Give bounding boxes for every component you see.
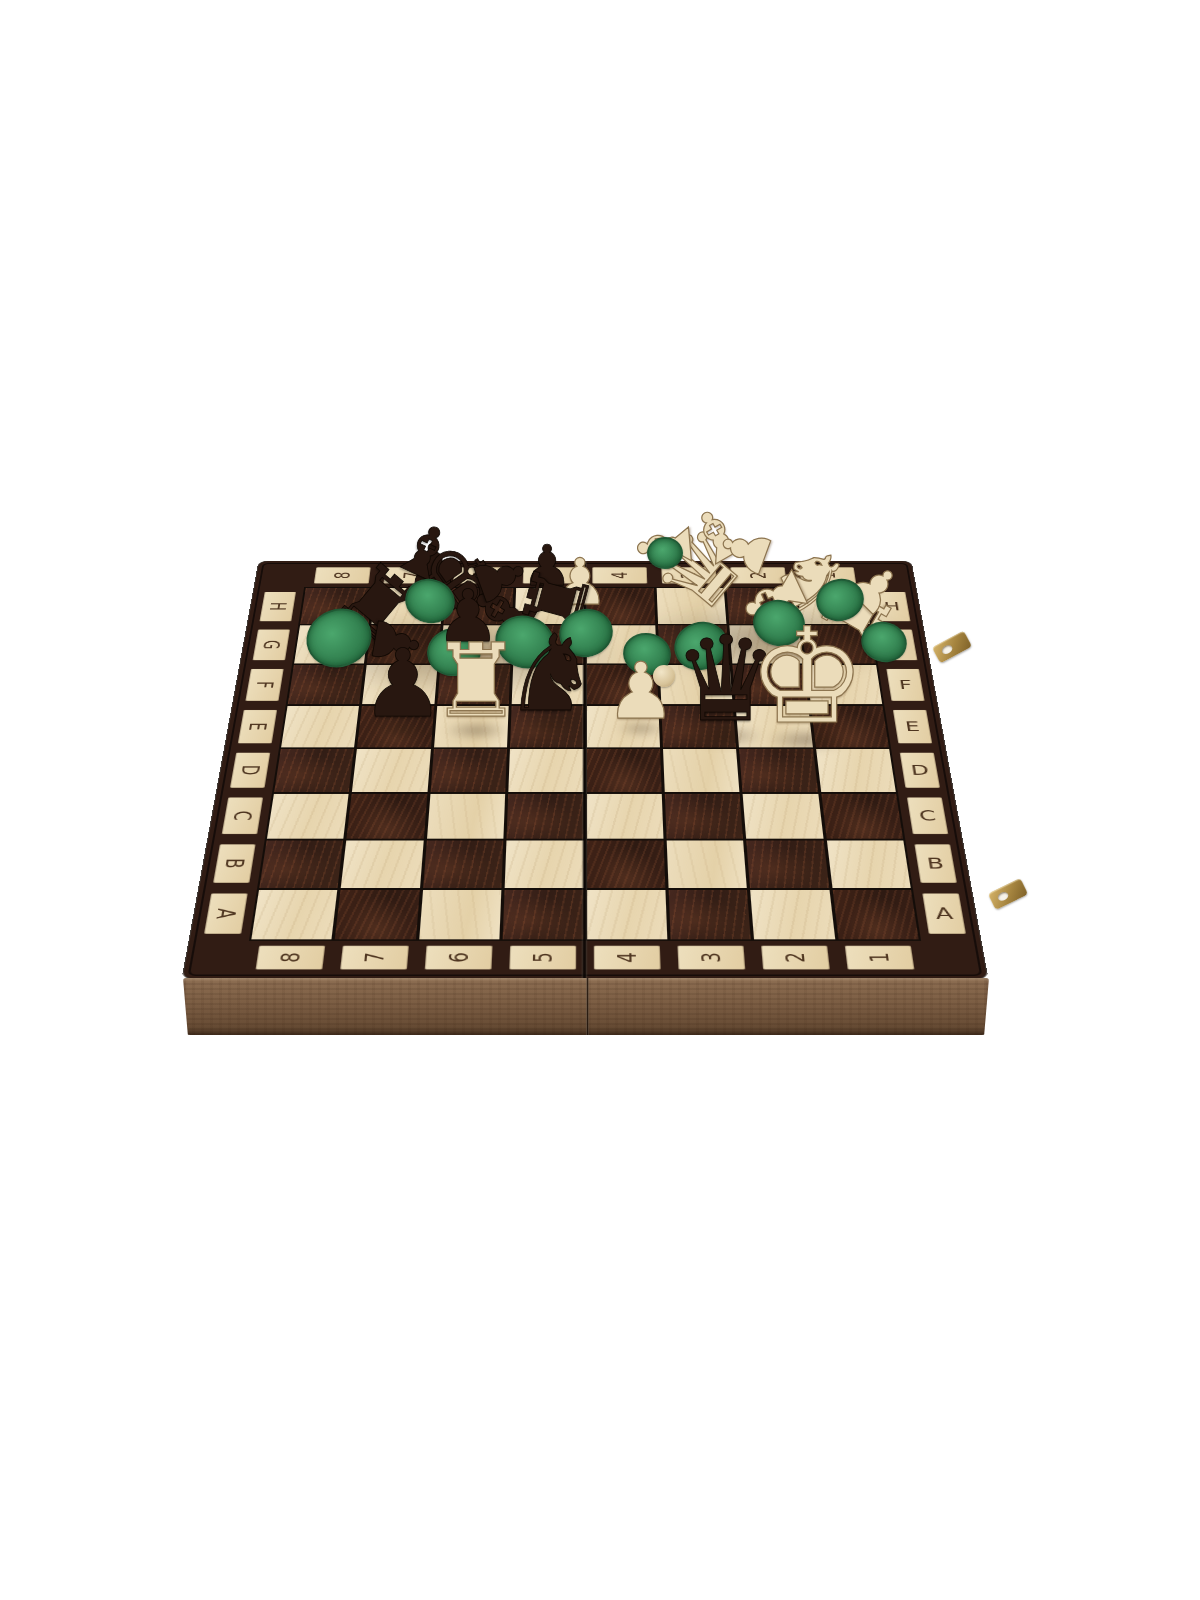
coord-far-1: 1 bbox=[799, 567, 856, 583]
square-g8 bbox=[294, 626, 369, 664]
coord-right-h-text: H bbox=[883, 600, 901, 613]
coord-far-4-text: 4 bbox=[608, 572, 632, 579]
coord-left-d-text: D bbox=[236, 765, 264, 775]
square-c7 bbox=[347, 794, 427, 839]
coord-right-g-text: G bbox=[889, 638, 908, 651]
coord-right-c-text: C bbox=[918, 808, 937, 824]
coord-left-f-text: F bbox=[251, 681, 277, 688]
square-a1 bbox=[832, 890, 918, 940]
coord-left-a: A bbox=[204, 893, 248, 933]
coord-near-1: 1 bbox=[845, 946, 915, 970]
square-e4 bbox=[586, 706, 659, 747]
square-e3 bbox=[661, 706, 736, 747]
coord-far-5-text: 5 bbox=[538, 572, 562, 579]
square-d8 bbox=[274, 749, 354, 792]
coord-left-c: C bbox=[222, 797, 263, 834]
square-f2 bbox=[733, 665, 808, 704]
coord-far-7: 7 bbox=[383, 567, 439, 583]
square-a8 bbox=[251, 890, 337, 940]
square-d6 bbox=[430, 749, 507, 792]
square-e2 bbox=[736, 706, 813, 747]
square-b8 bbox=[259, 841, 343, 888]
coord-left-d: D bbox=[230, 753, 270, 788]
square-a6 bbox=[419, 890, 502, 940]
square-h8 bbox=[300, 588, 373, 624]
square-f3 bbox=[660, 665, 733, 704]
coord-far-6-text: 6 bbox=[469, 572, 493, 579]
coord-left-h: H bbox=[259, 592, 296, 622]
coord-right-f-text: F bbox=[898, 678, 913, 692]
coord-near-6: 6 bbox=[425, 946, 493, 970]
square-d4 bbox=[587, 749, 662, 792]
square-g3 bbox=[658, 626, 730, 664]
coord-right-b-text: B bbox=[926, 855, 946, 872]
coord-far-3: 3 bbox=[661, 567, 717, 583]
coord-left-a-text: A bbox=[211, 908, 241, 919]
coord-near-3: 3 bbox=[677, 946, 745, 970]
square-e6 bbox=[434, 706, 509, 747]
square-b2 bbox=[747, 841, 829, 888]
board-fold-seam bbox=[582, 561, 588, 979]
square-g7 bbox=[367, 626, 440, 664]
square-b5 bbox=[505, 841, 584, 888]
clasp-hole bbox=[996, 890, 1009, 902]
square-h5 bbox=[515, 588, 584, 624]
square-a2 bbox=[750, 890, 834, 940]
square-b4 bbox=[587, 841, 666, 888]
square-f6 bbox=[437, 665, 510, 704]
coord-left-e-text: E bbox=[244, 722, 271, 730]
square-f4 bbox=[586, 665, 658, 704]
square-h6 bbox=[443, 588, 513, 624]
coord-right-h: H bbox=[874, 592, 911, 622]
coord-left-b: B bbox=[213, 844, 256, 883]
coord-far-8-text: 8 bbox=[330, 572, 355, 579]
square-h2 bbox=[727, 588, 799, 624]
square-c3 bbox=[665, 794, 744, 839]
square-h1 bbox=[797, 588, 870, 624]
chess-board-top-face: 8765432187654321HGFEDCBAHGFEDCBA bbox=[183, 561, 988, 979]
coord-far-3-text: 3 bbox=[677, 572, 701, 579]
coord-near-4-text: 4 bbox=[613, 952, 642, 962]
coord-near-6-text: 6 bbox=[444, 952, 473, 962]
coord-right-d: D bbox=[900, 753, 940, 788]
square-c5 bbox=[507, 794, 584, 839]
coord-left-f: F bbox=[245, 669, 283, 701]
square-e8 bbox=[281, 706, 359, 747]
square-e7 bbox=[357, 706, 434, 747]
square-a3 bbox=[669, 890, 752, 940]
square-c8 bbox=[267, 794, 349, 839]
square-d7 bbox=[352, 749, 430, 792]
brass-clasp-lower bbox=[988, 878, 1028, 910]
board-front-edge bbox=[183, 978, 989, 1035]
coord-left-g-text: G bbox=[258, 640, 284, 649]
coord-near-1-text: 1 bbox=[864, 952, 894, 962]
square-c2 bbox=[743, 794, 823, 839]
coord-left-c-text: C bbox=[228, 811, 257, 821]
coord-far-4: 4 bbox=[592, 567, 647, 583]
brass-clasp-upper bbox=[932, 631, 972, 664]
square-e5 bbox=[510, 706, 583, 747]
coord-far-8: 8 bbox=[314, 567, 371, 583]
coord-right-a: A bbox=[922, 893, 966, 933]
square-d5 bbox=[508, 749, 583, 792]
coord-near-5: 5 bbox=[509, 946, 576, 970]
coord-far-5: 5 bbox=[523, 567, 578, 583]
coord-far-1-text: 1 bbox=[815, 572, 840, 579]
square-b6 bbox=[423, 841, 503, 888]
coord-far-7-text: 7 bbox=[400, 572, 424, 579]
coord-right-e-text: E bbox=[904, 719, 921, 734]
coord-right-e: E bbox=[893, 710, 932, 744]
square-g5 bbox=[513, 626, 583, 664]
coord-near-8-text: 8 bbox=[275, 952, 305, 962]
square-d1 bbox=[816, 749, 896, 792]
coord-right-c: C bbox=[907, 797, 948, 834]
square-d2 bbox=[739, 749, 817, 792]
square-a7 bbox=[335, 890, 419, 940]
square-c6 bbox=[427, 794, 506, 839]
square-f5 bbox=[512, 665, 584, 704]
coord-near-8: 8 bbox=[256, 946, 326, 970]
square-f1 bbox=[806, 665, 882, 704]
coord-near-7-text: 7 bbox=[360, 952, 390, 962]
coord-near-2: 2 bbox=[761, 946, 830, 970]
square-f8 bbox=[288, 665, 364, 704]
coord-right-d-text: D bbox=[910, 762, 930, 777]
coord-near-4: 4 bbox=[594, 946, 661, 970]
square-b7 bbox=[341, 841, 423, 888]
square-g4 bbox=[586, 626, 656, 664]
front-edge-seam bbox=[586, 978, 589, 1035]
square-h7 bbox=[372, 588, 444, 624]
square-g1 bbox=[801, 626, 876, 664]
coord-near-5-text: 5 bbox=[528, 952, 557, 962]
coord-right-f: F bbox=[886, 669, 924, 701]
square-a4 bbox=[587, 890, 668, 940]
square-d3 bbox=[663, 749, 740, 792]
square-c4 bbox=[587, 794, 664, 839]
coord-far-2: 2 bbox=[730, 567, 786, 583]
coord-left-e: E bbox=[238, 710, 277, 744]
square-e1 bbox=[811, 706, 889, 747]
square-a5 bbox=[503, 890, 584, 940]
square-g2 bbox=[730, 626, 803, 664]
square-b3 bbox=[667, 841, 747, 888]
square-h4 bbox=[586, 588, 655, 624]
clasp-hole bbox=[940, 643, 953, 655]
coord-left-b-text: B bbox=[220, 858, 249, 868]
square-f7 bbox=[362, 665, 437, 704]
coord-right-a-text: A bbox=[934, 905, 954, 923]
coord-far-2-text: 2 bbox=[746, 572, 770, 579]
square-h3 bbox=[657, 588, 727, 624]
coord-near-7: 7 bbox=[340, 946, 409, 970]
coord-left-g: G bbox=[253, 629, 290, 660]
square-b1 bbox=[827, 841, 911, 888]
square-c1 bbox=[821, 794, 903, 839]
coord-far-6: 6 bbox=[453, 567, 509, 583]
coord-near-3-text: 3 bbox=[697, 952, 726, 962]
coord-right-g: G bbox=[880, 629, 917, 660]
coord-near-2-text: 2 bbox=[780, 952, 810, 962]
square-g6 bbox=[440, 626, 512, 664]
product-photo-canvas: 8765432187654321HGFEDCBAHGFEDCBA ♟♟♟♜♚♝♟… bbox=[0, 0, 1200, 1600]
coord-right-b: B bbox=[914, 844, 957, 883]
coord-left-h-text: H bbox=[265, 602, 291, 611]
